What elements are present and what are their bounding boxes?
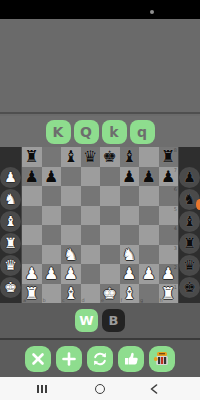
palette-white-rook[interactable]: ♜: [0, 233, 21, 254]
square-e4[interactable]: [100, 225, 120, 245]
square-g3[interactable]: [139, 245, 159, 265]
white-queen-icon: ♛: [4, 255, 17, 276]
white-bishop: ♝: [122, 284, 136, 304]
square-b6[interactable]: [42, 186, 62, 206]
plus-icon: [62, 352, 76, 366]
home-icon[interactable]: [95, 384, 105, 394]
rank-coordinate: 2: [174, 264, 177, 270]
square-e7[interactable]: [100, 167, 120, 187]
palette-white-knight[interactable]: ♞: [0, 189, 21, 210]
square-d5[interactable]: [81, 206, 101, 226]
square-f3[interactable]: ♞: [120, 245, 140, 265]
back-icon[interactable]: [150, 384, 158, 394]
black-king-icon: ♚: [183, 277, 196, 298]
castle-white-kingside-button[interactable]: K: [46, 120, 71, 144]
castling-rights-row: K Q k q: [0, 116, 200, 147]
engine-robot-button[interactable]: [149, 346, 175, 372]
square-b1[interactable]: b: [42, 284, 62, 304]
engine-robot-icon: [153, 350, 171, 368]
square-d3[interactable]: [81, 245, 101, 265]
square-a1[interactable]: ♜a: [22, 284, 42, 304]
black-knight-icon: ♞: [183, 189, 196, 210]
black-to-move-button[interactable]: B: [102, 309, 125, 332]
empty-top-panel: [0, 19, 200, 114]
square-f5[interactable]: [120, 206, 140, 226]
white-to-move-button[interactable]: W: [75, 309, 98, 332]
rank-coordinate: 3: [174, 245, 177, 251]
square-e6[interactable]: [100, 186, 120, 206]
square-g8[interactable]: [139, 147, 159, 167]
square-g6[interactable]: [139, 186, 159, 206]
black-pawn: ♟: [142, 167, 156, 187]
square-d4[interactable]: [81, 225, 101, 245]
square-a2[interactable]: ♟: [22, 264, 42, 284]
refresh-icon: [92, 351, 108, 367]
square-d2[interactable]: [81, 264, 101, 284]
black-rook-icon: ♜: [183, 233, 196, 254]
square-e2[interactable]: [100, 264, 120, 284]
rank-coordinate: 6: [174, 186, 177, 192]
palette-black-king[interactable]: ♚: [179, 277, 200, 298]
clear-board-button[interactable]: [25, 346, 51, 372]
white-pawn: ♟: [142, 264, 156, 284]
square-d7[interactable]: [81, 167, 101, 187]
palette-black-bishop[interactable]: ♝: [179, 211, 200, 232]
square-b4[interactable]: [42, 225, 62, 245]
black-bishop-icon: ♝: [183, 211, 196, 232]
thumbs-up-icon: [124, 351, 139, 366]
palette-black-rook[interactable]: ♜: [179, 233, 200, 254]
castle-white-queenside-button[interactable]: Q: [74, 120, 99, 144]
square-h6[interactable]: 6: [159, 186, 179, 206]
palette-white-bishop[interactable]: ♝: [0, 211, 21, 232]
status-bar: [0, 0, 200, 19]
square-a4[interactable]: [22, 225, 42, 245]
castle-black-queenside-button[interactable]: q: [130, 120, 155, 144]
black-pawn-icon: ♟: [183, 167, 196, 188]
rank-coordinate: 4: [174, 225, 177, 231]
square-g7[interactable]: ♟: [139, 167, 159, 187]
square-g4[interactable]: [139, 225, 159, 245]
square-h3[interactable]: 3: [159, 245, 179, 265]
square-f6[interactable]: [120, 186, 140, 206]
square-e3[interactable]: [100, 245, 120, 265]
editor-toolbar: [0, 338, 200, 377]
square-h4[interactable]: 4: [159, 225, 179, 245]
rank-coordinate: 7: [174, 167, 177, 173]
camera-punch-hole: [150, 10, 154, 14]
square-h8[interactable]: ♜8: [159, 147, 179, 167]
square-c3[interactable]: ♞: [61, 245, 81, 265]
board: ♜♝♛♚♝♜8♟♟♟♟♟7654♞♞3♟♟♟♟♟♟2♜ab♝cd♚e♝fg♜1h: [22, 147, 178, 303]
square-e8[interactable]: ♚: [100, 147, 120, 167]
white-rook-icon: ♜: [4, 233, 17, 254]
palette-white-king[interactable]: ♚: [0, 277, 21, 298]
square-b2[interactable]: ♟: [42, 264, 62, 284]
white-rook: ♜: [25, 284, 39, 304]
black-queen: ♛: [83, 147, 97, 167]
black-bishop: ♝: [64, 147, 78, 167]
square-a6[interactable]: [22, 186, 42, 206]
black-bishop: ♝: [122, 147, 136, 167]
square-f8[interactable]: ♝: [120, 147, 140, 167]
square-a3[interactable]: [22, 245, 42, 265]
castle-black-kingside-button[interactable]: k: [102, 120, 127, 144]
side-to-move-row: W B: [0, 303, 200, 338]
board-section: ♟ ♞ ♝ ♜ ♛ ♚ ♜♝♛♚♝♜8♟♟♟♟♟7654♞♞3♟♟♟♟♟♟2♜a…: [0, 147, 200, 303]
recent-apps-icon[interactable]: [37, 385, 47, 393]
white-pawn: ♟: [64, 264, 78, 284]
square-e1[interactable]: ♚e: [100, 284, 120, 304]
rank-coordinate: 5: [174, 206, 177, 212]
confirm-position-button[interactable]: [118, 346, 144, 372]
square-g2[interactable]: ♟: [139, 264, 159, 284]
android-nav-bar: [0, 377, 200, 400]
square-f7[interactable]: ♟: [120, 167, 140, 187]
white-piece-palette: ♟ ♞ ♝ ♜ ♛ ♚: [0, 147, 21, 303]
rank-coordinate: 1: [174, 284, 177, 290]
white-knight: ♞: [64, 245, 78, 265]
square-b3[interactable]: [42, 245, 62, 265]
palette-black-queen[interactable]: ♛: [179, 255, 200, 276]
square-h5[interactable]: 5: [159, 206, 179, 226]
square-a7[interactable]: ♟: [22, 167, 42, 187]
white-king: ♚: [103, 284, 117, 304]
square-f4[interactable]: [120, 225, 140, 245]
black-rook: ♜: [25, 147, 39, 167]
square-d1[interactable]: d: [81, 284, 101, 304]
white-pawn: ♟: [25, 264, 39, 284]
palette-white-queen[interactable]: ♛: [0, 255, 21, 276]
black-pawn: ♟: [25, 167, 39, 187]
square-c1[interactable]: ♝c: [61, 284, 81, 304]
square-a5[interactable]: [22, 206, 42, 226]
selected-piece-indicator: [196, 199, 200, 210]
square-b7[interactable]: ♟: [42, 167, 62, 187]
rank-coordinate: 8: [174, 147, 177, 153]
square-c7[interactable]: [61, 167, 81, 187]
square-c8[interactable]: ♝: [61, 147, 81, 167]
black-piece-palette: ♟ ♞ ♝ ♜ ♛ ♚: [179, 147, 200, 303]
white-pawn: ♟: [122, 264, 136, 284]
white-pawn: ♟: [44, 264, 58, 284]
square-a8[interactable]: ♜: [22, 147, 42, 167]
square-c6[interactable]: [61, 186, 81, 206]
square-d6[interactable]: [81, 186, 101, 206]
square-h1[interactable]: ♜1h: [159, 284, 179, 304]
reset-position-button[interactable]: [87, 346, 113, 372]
white-king-icon: ♚: [4, 277, 17, 298]
white-pawn-icon: ♟: [4, 167, 17, 188]
black-king: ♚: [103, 147, 117, 167]
add-piece-button[interactable]: [56, 346, 82, 372]
black-pawn: ♟: [122, 167, 136, 187]
square-f2[interactable]: ♟: [120, 264, 140, 284]
black-pawn: ♟: [44, 167, 58, 187]
square-h2[interactable]: ♟2: [159, 264, 179, 284]
square-c2[interactable]: ♟: [61, 264, 81, 284]
square-b5[interactable]: [42, 206, 62, 226]
white-bishop-icon: ♝: [4, 211, 17, 232]
square-f1[interactable]: ♝f: [120, 284, 140, 304]
black-queen-icon: ♛: [183, 255, 196, 276]
square-g1[interactable]: g: [139, 284, 159, 304]
square-b8[interactable]: [42, 147, 62, 167]
square-g5[interactable]: [139, 206, 159, 226]
square-e5[interactable]: [100, 206, 120, 226]
white-bishop: ♝: [64, 284, 78, 304]
close-icon: [31, 352, 45, 366]
palette-black-pawn[interactable]: ♟: [179, 167, 200, 188]
phone-screen: K Q k q ♟ ♞ ♝ ♜ ♛ ♚ ♜♝♛♚♝♜8♟♟♟♟♟7654♞♞3♟…: [0, 0, 200, 400]
square-h7[interactable]: ♟7: [159, 167, 179, 187]
square-c5[interactable]: [61, 206, 81, 226]
white-knight-icon: ♞: [4, 189, 17, 210]
palette-white-pawn[interactable]: ♟: [0, 167, 21, 188]
white-knight: ♞: [122, 245, 136, 265]
square-d8[interactable]: ♛: [81, 147, 101, 167]
square-c4[interactable]: [61, 225, 81, 245]
